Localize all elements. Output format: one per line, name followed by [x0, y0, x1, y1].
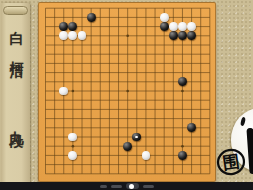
app-window: 白 柯洁 九段 围 [0, 0, 253, 190]
scroll-rod-cap [3, 6, 28, 15]
danmaku-toggle-knob [129, 184, 134, 189]
hanging-scroll [1, 3, 30, 189]
stone-black [123, 142, 132, 151]
danmaku-toggle[interactable] [126, 183, 139, 189]
player-label-right [143, 185, 154, 188]
stone-black [178, 31, 187, 40]
player-time-text [100, 185, 107, 188]
player-name: 柯洁 [8, 50, 26, 56]
stone-black [178, 151, 187, 160]
video-player-bar [0, 182, 253, 190]
stone-black [87, 13, 96, 22]
logo-character: 围 [216, 146, 246, 177]
stone-black [169, 31, 178, 40]
go-board[interactable] [38, 2, 216, 182]
stone-white [169, 22, 178, 31]
player-rank: 九段 [8, 120, 26, 126]
stone-white [178, 22, 187, 31]
player-color-label: 白 [8, 20, 26, 23]
player-label-left [111, 185, 122, 188]
stone-white [187, 22, 196, 31]
last-move-marker [135, 136, 138, 139]
player-info-panel: 白 柯洁 九段 [0, 0, 37, 190]
stone-black [178, 77, 187, 86]
stone-white [142, 151, 151, 160]
stone-white [160, 13, 169, 22]
stone-black [160, 22, 169, 31]
logo-panel: 围 [217, 0, 253, 190]
